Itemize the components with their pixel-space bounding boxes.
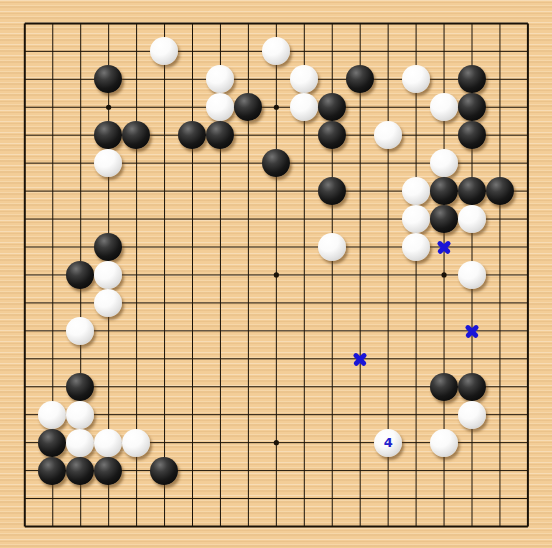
intersection[interactable] <box>122 177 150 205</box>
intersection[interactable] <box>514 149 542 177</box>
intersection[interactable] <box>11 149 39 177</box>
intersection[interactable] <box>122 289 150 317</box>
intersection[interactable] <box>402 65 430 93</box>
intersection[interactable] <box>346 261 374 289</box>
white-stone[interactable] <box>402 65 430 93</box>
intersection[interactable] <box>11 345 39 373</box>
intersection[interactable] <box>430 233 458 261</box>
intersection[interactable] <box>374 149 402 177</box>
intersection[interactable] <box>150 9 178 37</box>
intersection[interactable] <box>66 9 94 37</box>
white-stone[interactable] <box>402 233 430 261</box>
intersection[interactable] <box>318 345 346 373</box>
intersection[interactable] <box>150 205 178 233</box>
intersection[interactable] <box>458 9 486 37</box>
intersection[interactable] <box>318 205 346 233</box>
intersection[interactable] <box>150 317 178 345</box>
black-stone[interactable] <box>458 65 486 93</box>
intersection[interactable] <box>150 345 178 373</box>
intersection[interactable] <box>234 37 262 65</box>
black-stone[interactable] <box>94 233 122 261</box>
intersection[interactable] <box>514 429 542 457</box>
black-stone[interactable] <box>234 93 262 121</box>
intersection[interactable] <box>206 317 234 345</box>
intersection[interactable] <box>94 93 122 121</box>
white-stone[interactable] <box>318 233 346 261</box>
intersection[interactable] <box>402 37 430 65</box>
intersection[interactable] <box>66 429 94 457</box>
intersection[interactable] <box>178 317 206 345</box>
intersection[interactable] <box>402 9 430 37</box>
intersection[interactable] <box>402 345 430 373</box>
intersection[interactable] <box>262 373 290 401</box>
intersection[interactable] <box>150 457 178 485</box>
intersection[interactable] <box>346 429 374 457</box>
white-stone[interactable] <box>402 177 430 205</box>
intersection[interactable] <box>178 485 206 513</box>
intersection[interactable] <box>514 93 542 121</box>
intersection[interactable] <box>150 401 178 429</box>
intersection[interactable] <box>486 513 514 541</box>
intersection[interactable] <box>346 345 374 373</box>
black-stone[interactable] <box>458 121 486 149</box>
intersection[interactable] <box>122 373 150 401</box>
intersection[interactable] <box>514 233 542 261</box>
black-stone[interactable] <box>66 261 94 289</box>
intersection[interactable] <box>486 37 514 65</box>
intersection[interactable] <box>150 93 178 121</box>
white-stone[interactable] <box>290 93 318 121</box>
intersection[interactable] <box>206 65 234 93</box>
intersection[interactable] <box>290 317 318 345</box>
intersection[interactable] <box>486 9 514 37</box>
intersection[interactable] <box>178 9 206 37</box>
intersection[interactable] <box>122 401 150 429</box>
intersection[interactable] <box>262 149 290 177</box>
intersection[interactable] <box>206 233 234 261</box>
intersection[interactable] <box>430 457 458 485</box>
intersection[interactable] <box>94 9 122 37</box>
intersection[interactable] <box>374 317 402 345</box>
intersection[interactable] <box>11 121 39 149</box>
intersection[interactable] <box>66 233 94 261</box>
intersection[interactable] <box>178 345 206 373</box>
intersection[interactable] <box>458 373 486 401</box>
intersection[interactable] <box>430 485 458 513</box>
intersection[interactable] <box>206 457 234 485</box>
intersection[interactable] <box>234 177 262 205</box>
intersection[interactable] <box>374 373 402 401</box>
intersection[interactable] <box>318 177 346 205</box>
intersection[interactable] <box>262 233 290 261</box>
intersection[interactable] <box>94 373 122 401</box>
intersection[interactable] <box>318 93 346 121</box>
intersection[interactable] <box>458 457 486 485</box>
intersection[interactable] <box>206 261 234 289</box>
intersection[interactable] <box>262 65 290 93</box>
intersection[interactable] <box>206 513 234 541</box>
intersection[interactable] <box>11 9 39 37</box>
intersection[interactable] <box>122 93 150 121</box>
intersection[interactable] <box>374 513 402 541</box>
intersection[interactable] <box>206 345 234 373</box>
intersection[interactable] <box>346 513 374 541</box>
intersection[interactable] <box>346 373 374 401</box>
intersection[interactable] <box>318 317 346 345</box>
intersection[interactable] <box>178 289 206 317</box>
intersection[interactable] <box>262 457 290 485</box>
intersection[interactable] <box>11 233 39 261</box>
intersection[interactable] <box>234 373 262 401</box>
intersection[interactable] <box>458 121 486 149</box>
intersection[interactable] <box>94 345 122 373</box>
black-stone[interactable] <box>66 457 94 485</box>
intersection[interactable] <box>514 177 542 205</box>
intersection[interactable] <box>262 121 290 149</box>
intersection[interactable] <box>346 177 374 205</box>
intersection[interactable] <box>458 401 486 429</box>
intersection[interactable] <box>234 233 262 261</box>
intersection[interactable] <box>234 317 262 345</box>
intersection[interactable] <box>458 65 486 93</box>
intersection[interactable] <box>374 261 402 289</box>
intersection[interactable] <box>150 37 178 65</box>
intersection[interactable] <box>486 457 514 485</box>
intersection[interactable] <box>486 261 514 289</box>
intersection[interactable] <box>514 485 542 513</box>
intersection[interactable] <box>150 513 178 541</box>
intersection[interactable] <box>178 121 206 149</box>
intersection[interactable] <box>346 149 374 177</box>
intersection[interactable] <box>206 205 234 233</box>
intersection[interactable] <box>122 121 150 149</box>
intersection[interactable] <box>486 149 514 177</box>
intersection[interactable] <box>290 37 318 65</box>
intersection[interactable] <box>318 457 346 485</box>
intersection[interactable] <box>290 513 318 541</box>
intersection[interactable] <box>66 485 94 513</box>
intersection[interactable] <box>402 93 430 121</box>
intersection[interactable] <box>178 37 206 65</box>
intersection[interactable] <box>150 373 178 401</box>
intersection[interactable] <box>11 261 39 289</box>
intersection[interactable] <box>66 121 94 149</box>
intersection[interactable] <box>402 233 430 261</box>
intersection[interactable] <box>430 261 458 289</box>
intersection[interactable] <box>178 205 206 233</box>
black-stone[interactable] <box>66 373 94 401</box>
intersection[interactable] <box>374 121 402 149</box>
intersection[interactable] <box>458 233 486 261</box>
intersection[interactable] <box>122 485 150 513</box>
intersection[interactable] <box>206 401 234 429</box>
intersection[interactable] <box>290 457 318 485</box>
intersection[interactable] <box>514 289 542 317</box>
intersection[interactable] <box>290 345 318 373</box>
white-stone[interactable] <box>94 289 122 317</box>
intersection[interactable] <box>66 345 94 373</box>
black-stone[interactable] <box>122 121 150 149</box>
intersection[interactable] <box>486 93 514 121</box>
intersection[interactable] <box>430 9 458 37</box>
intersection[interactable] <box>234 289 262 317</box>
intersection[interactable] <box>66 261 94 289</box>
intersection[interactable] <box>514 513 542 541</box>
intersection[interactable] <box>11 513 39 541</box>
intersection[interactable] <box>458 149 486 177</box>
black-stone[interactable] <box>458 93 486 121</box>
intersection[interactable] <box>486 429 514 457</box>
intersection[interactable] <box>402 513 430 541</box>
intersection[interactable] <box>374 289 402 317</box>
intersection[interactable] <box>346 289 374 317</box>
intersection[interactable] <box>150 121 178 149</box>
intersection[interactable] <box>346 37 374 65</box>
intersection[interactable] <box>150 485 178 513</box>
intersection[interactable] <box>514 401 542 429</box>
intersection[interactable] <box>234 485 262 513</box>
intersection[interactable] <box>122 149 150 177</box>
intersection[interactable] <box>346 317 374 345</box>
intersection[interactable] <box>38 429 66 457</box>
intersection[interactable] <box>514 261 542 289</box>
intersection[interactable] <box>150 149 178 177</box>
intersection[interactable] <box>38 345 66 373</box>
intersection[interactable] <box>206 93 234 121</box>
intersection[interactable] <box>374 37 402 65</box>
white-stone[interactable] <box>262 37 290 65</box>
intersection[interactable] <box>374 177 402 205</box>
intersection[interactable] <box>262 205 290 233</box>
white-stone[interactable] <box>66 429 94 457</box>
intersection[interactable] <box>150 261 178 289</box>
intersection[interactable] <box>66 513 94 541</box>
intersection[interactable] <box>514 205 542 233</box>
intersection[interactable] <box>38 149 66 177</box>
intersection[interactable] <box>346 205 374 233</box>
intersection[interactable] <box>430 177 458 205</box>
intersection[interactable] <box>290 93 318 121</box>
intersection[interactable] <box>514 65 542 93</box>
intersection[interactable] <box>66 149 94 177</box>
intersection[interactable] <box>486 289 514 317</box>
intersection[interactable] <box>430 37 458 65</box>
black-stone[interactable] <box>262 149 290 177</box>
intersection[interactable] <box>290 9 318 37</box>
intersection[interactable] <box>206 289 234 317</box>
intersection[interactable] <box>430 401 458 429</box>
white-stone[interactable] <box>94 261 122 289</box>
intersection[interactable] <box>486 205 514 233</box>
intersection[interactable] <box>458 289 486 317</box>
intersection[interactable] <box>178 373 206 401</box>
intersection[interactable] <box>486 65 514 93</box>
intersection[interactable] <box>458 317 486 345</box>
intersection[interactable] <box>290 65 318 93</box>
intersection[interactable] <box>94 233 122 261</box>
intersection[interactable] <box>262 9 290 37</box>
intersection[interactable] <box>402 457 430 485</box>
intersection[interactable] <box>66 289 94 317</box>
intersection[interactable] <box>11 401 39 429</box>
intersection[interactable] <box>402 205 430 233</box>
white-stone[interactable] <box>402 205 430 233</box>
intersection[interactable] <box>234 93 262 121</box>
intersection[interactable] <box>346 485 374 513</box>
intersection[interactable] <box>150 429 178 457</box>
intersection[interactable] <box>486 345 514 373</box>
intersection[interactable] <box>234 9 262 37</box>
intersection[interactable] <box>262 261 290 289</box>
intersection[interactable] <box>234 457 262 485</box>
white-stone[interactable] <box>430 93 458 121</box>
intersection[interactable] <box>318 37 346 65</box>
black-stone[interactable] <box>346 65 374 93</box>
intersection[interactable] <box>38 205 66 233</box>
intersection[interactable] <box>374 233 402 261</box>
intersection[interactable] <box>66 93 94 121</box>
intersection[interactable] <box>374 9 402 37</box>
intersection[interactable] <box>374 93 402 121</box>
intersection[interactable] <box>430 373 458 401</box>
black-stone[interactable] <box>458 373 486 401</box>
intersection[interactable] <box>178 261 206 289</box>
intersection[interactable] <box>514 345 542 373</box>
intersection[interactable] <box>290 261 318 289</box>
intersection[interactable] <box>206 121 234 149</box>
intersection[interactable] <box>94 513 122 541</box>
intersection[interactable] <box>402 485 430 513</box>
intersection[interactable] <box>66 205 94 233</box>
black-stone[interactable] <box>206 121 234 149</box>
intersection[interactable] <box>290 373 318 401</box>
intersection[interactable] <box>290 289 318 317</box>
black-stone[interactable] <box>94 457 122 485</box>
intersection[interactable] <box>290 205 318 233</box>
white-stone[interactable] <box>94 429 122 457</box>
intersection[interactable] <box>94 65 122 93</box>
intersection[interactable] <box>11 457 39 485</box>
intersection[interactable] <box>38 121 66 149</box>
white-stone[interactable] <box>150 37 178 65</box>
intersection[interactable] <box>374 457 402 485</box>
intersection[interactable] <box>234 429 262 457</box>
intersection[interactable] <box>38 261 66 289</box>
intersection[interactable] <box>486 373 514 401</box>
intersection[interactable] <box>206 149 234 177</box>
white-stone[interactable] <box>66 317 94 345</box>
intersection[interactable] <box>38 457 66 485</box>
intersection[interactable] <box>122 9 150 37</box>
intersection[interactable] <box>458 261 486 289</box>
intersection[interactable] <box>94 457 122 485</box>
intersection[interactable] <box>318 149 346 177</box>
intersection[interactable] <box>122 233 150 261</box>
intersection[interactable] <box>346 9 374 37</box>
intersection[interactable] <box>374 205 402 233</box>
intersection[interactable] <box>486 121 514 149</box>
intersection[interactable] <box>346 457 374 485</box>
intersection[interactable] <box>262 401 290 429</box>
black-stone[interactable] <box>318 177 346 205</box>
intersection[interactable] <box>486 317 514 345</box>
intersection[interactable] <box>11 177 39 205</box>
intersection[interactable] <box>38 233 66 261</box>
intersection[interactable] <box>178 93 206 121</box>
intersection[interactable] <box>66 177 94 205</box>
intersection[interactable] <box>178 457 206 485</box>
intersection[interactable] <box>458 177 486 205</box>
intersection[interactable] <box>290 401 318 429</box>
intersection[interactable] <box>66 457 94 485</box>
black-stone[interactable] <box>38 457 66 485</box>
intersection[interactable] <box>94 149 122 177</box>
intersection[interactable] <box>38 513 66 541</box>
intersection[interactable] <box>38 37 66 65</box>
intersection[interactable] <box>38 373 66 401</box>
white-stone[interactable] <box>458 205 486 233</box>
intersection[interactable] <box>206 177 234 205</box>
intersection[interactable] <box>38 177 66 205</box>
intersection[interactable] <box>94 205 122 233</box>
intersection[interactable] <box>94 317 122 345</box>
intersection[interactable] <box>514 9 542 37</box>
white-stone[interactable] <box>430 149 458 177</box>
black-stone[interactable] <box>38 429 66 457</box>
black-stone[interactable] <box>430 373 458 401</box>
intersection[interactable] <box>94 429 122 457</box>
intersection[interactable] <box>38 289 66 317</box>
black-stone[interactable] <box>94 65 122 93</box>
intersection[interactable] <box>374 485 402 513</box>
intersection[interactable] <box>430 317 458 345</box>
intersection[interactable] <box>402 149 430 177</box>
intersection[interactable] <box>262 177 290 205</box>
intersection[interactable] <box>458 37 486 65</box>
intersection[interactable] <box>38 65 66 93</box>
intersection[interactable] <box>318 261 346 289</box>
intersection[interactable] <box>514 121 542 149</box>
intersection[interactable] <box>486 177 514 205</box>
intersection[interactable] <box>486 485 514 513</box>
intersection[interactable] <box>374 345 402 373</box>
intersection[interactable] <box>458 485 486 513</box>
intersection[interactable] <box>178 513 206 541</box>
intersection[interactable] <box>262 317 290 345</box>
intersection[interactable] <box>234 261 262 289</box>
intersection[interactable] <box>66 317 94 345</box>
intersection[interactable] <box>318 485 346 513</box>
intersection[interactable] <box>11 65 39 93</box>
intersection[interactable] <box>11 485 39 513</box>
intersection[interactable] <box>458 513 486 541</box>
intersection[interactable] <box>318 233 346 261</box>
white-stone[interactable] <box>94 149 122 177</box>
intersection[interactable] <box>94 485 122 513</box>
black-stone[interactable] <box>458 177 486 205</box>
intersection[interactable] <box>122 65 150 93</box>
black-stone[interactable] <box>430 205 458 233</box>
black-stone[interactable] <box>430 177 458 205</box>
intersection[interactable] <box>318 429 346 457</box>
intersection[interactable] <box>234 401 262 429</box>
intersection[interactable]: 4 <box>374 429 402 457</box>
intersection[interactable] <box>318 289 346 317</box>
intersection[interactable] <box>290 121 318 149</box>
intersection[interactable] <box>402 121 430 149</box>
intersection[interactable] <box>514 457 542 485</box>
intersection[interactable] <box>430 149 458 177</box>
